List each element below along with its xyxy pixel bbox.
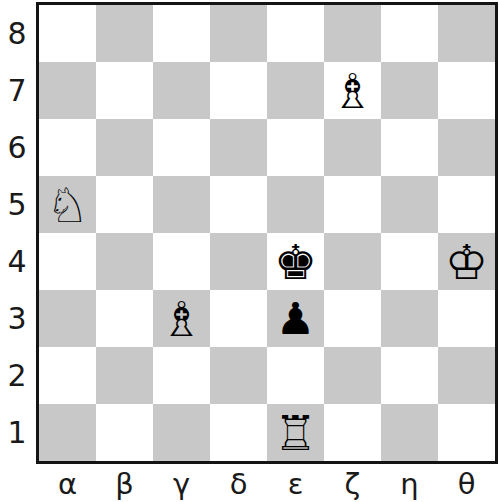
square-γ3[interactable]: ♗ bbox=[153, 290, 210, 347]
square-δ4[interactable] bbox=[210, 233, 267, 290]
square-β6[interactable] bbox=[96, 119, 153, 176]
square-α8[interactable] bbox=[39, 5, 96, 62]
file-label-θ: θ bbox=[438, 464, 495, 502]
square-β7[interactable] bbox=[96, 62, 153, 119]
rank-label-5: 5 bbox=[0, 176, 34, 233]
rank-label-2: 2 bbox=[0, 347, 34, 404]
square-θ7[interactable] bbox=[438, 62, 495, 119]
square-α5[interactable]: ♘ bbox=[39, 176, 96, 233]
square-θ4[interactable]: ♔ bbox=[438, 233, 495, 290]
square-α1[interactable] bbox=[39, 404, 96, 461]
square-ζ2[interactable] bbox=[324, 347, 381, 404]
square-β5[interactable] bbox=[96, 176, 153, 233]
square-ε3[interactable]: ♟ bbox=[267, 290, 324, 347]
chess-board: ♗♘♚♔♗♟♖ bbox=[36, 2, 498, 464]
square-α2[interactable] bbox=[39, 347, 96, 404]
square-ζ8[interactable] bbox=[324, 5, 381, 62]
square-ζ7[interactable]: ♗ bbox=[324, 62, 381, 119]
black-pawn[interactable]: ♟ bbox=[276, 297, 315, 341]
file-label-ε: ε bbox=[267, 464, 324, 502]
square-δ7[interactable] bbox=[210, 62, 267, 119]
square-ε8[interactable] bbox=[267, 5, 324, 62]
square-ζ1[interactable] bbox=[324, 404, 381, 461]
file-label-ζ: ζ bbox=[324, 464, 381, 502]
square-θ8[interactable] bbox=[438, 5, 495, 62]
black-king[interactable]: ♚ bbox=[274, 238, 317, 286]
square-ζ3[interactable] bbox=[324, 290, 381, 347]
square-θ6[interactable] bbox=[438, 119, 495, 176]
square-θ2[interactable] bbox=[438, 347, 495, 404]
square-ε5[interactable] bbox=[267, 176, 324, 233]
square-γ4[interactable] bbox=[153, 233, 210, 290]
white-bishop[interactable]: ♗ bbox=[331, 67, 374, 115]
square-ζ4[interactable] bbox=[324, 233, 381, 290]
square-η1[interactable] bbox=[381, 404, 438, 461]
square-γ5[interactable] bbox=[153, 176, 210, 233]
square-δ1[interactable] bbox=[210, 404, 267, 461]
square-η3[interactable] bbox=[381, 290, 438, 347]
square-ε2[interactable] bbox=[267, 347, 324, 404]
square-γ7[interactable] bbox=[153, 62, 210, 119]
square-δ8[interactable] bbox=[210, 5, 267, 62]
square-η4[interactable] bbox=[381, 233, 438, 290]
rank-label-4: 4 bbox=[0, 233, 34, 290]
white-bishop[interactable]: ♗ bbox=[160, 295, 203, 343]
rank-label-3: 3 bbox=[0, 290, 34, 347]
square-δ5[interactable] bbox=[210, 176, 267, 233]
white-knight[interactable]: ♘ bbox=[46, 181, 89, 229]
square-δ3[interactable] bbox=[210, 290, 267, 347]
square-δ6[interactable] bbox=[210, 119, 267, 176]
rank-label-7: 7 bbox=[0, 62, 34, 119]
square-η2[interactable] bbox=[381, 347, 438, 404]
square-ε4[interactable]: ♚ bbox=[267, 233, 324, 290]
square-α6[interactable] bbox=[39, 119, 96, 176]
square-ζ5[interactable] bbox=[324, 176, 381, 233]
rank-labels: 87654321 bbox=[0, 5, 34, 461]
rank-label-6: 6 bbox=[0, 119, 34, 176]
square-δ2[interactable] bbox=[210, 347, 267, 404]
white-rook[interactable]: ♖ bbox=[274, 409, 317, 457]
square-θ5[interactable] bbox=[438, 176, 495, 233]
square-β8[interactable] bbox=[96, 5, 153, 62]
square-γ6[interactable] bbox=[153, 119, 210, 176]
square-ζ6[interactable] bbox=[324, 119, 381, 176]
white-king[interactable]: ♔ bbox=[445, 238, 488, 286]
file-label-β: β bbox=[96, 464, 153, 502]
chess-diagram: 87654321 ♗♘♚♔♗♟♖ αβγδεζηθ bbox=[0, 0, 499, 502]
square-η8[interactable] bbox=[381, 5, 438, 62]
square-β1[interactable] bbox=[96, 404, 153, 461]
square-α3[interactable] bbox=[39, 290, 96, 347]
square-ε7[interactable] bbox=[267, 62, 324, 119]
rank-label-8: 8 bbox=[0, 5, 34, 62]
square-γ1[interactable] bbox=[153, 404, 210, 461]
file-label-α: α bbox=[39, 464, 96, 502]
square-α4[interactable] bbox=[39, 233, 96, 290]
square-ε6[interactable] bbox=[267, 119, 324, 176]
square-θ1[interactable] bbox=[438, 404, 495, 461]
file-label-η: η bbox=[381, 464, 438, 502]
square-η6[interactable] bbox=[381, 119, 438, 176]
file-label-δ: δ bbox=[210, 464, 267, 502]
square-β2[interactable] bbox=[96, 347, 153, 404]
square-γ2[interactable] bbox=[153, 347, 210, 404]
square-γ8[interactable] bbox=[153, 5, 210, 62]
square-ε1[interactable]: ♖ bbox=[267, 404, 324, 461]
file-labels: αβγδεζηθ bbox=[39, 464, 495, 502]
rank-label-1: 1 bbox=[0, 404, 34, 461]
file-label-γ: γ bbox=[153, 464, 210, 502]
square-α7[interactable] bbox=[39, 62, 96, 119]
square-β3[interactable] bbox=[96, 290, 153, 347]
square-θ3[interactable] bbox=[438, 290, 495, 347]
square-β4[interactable] bbox=[96, 233, 153, 290]
square-η7[interactable] bbox=[381, 62, 438, 119]
square-η5[interactable] bbox=[381, 176, 438, 233]
